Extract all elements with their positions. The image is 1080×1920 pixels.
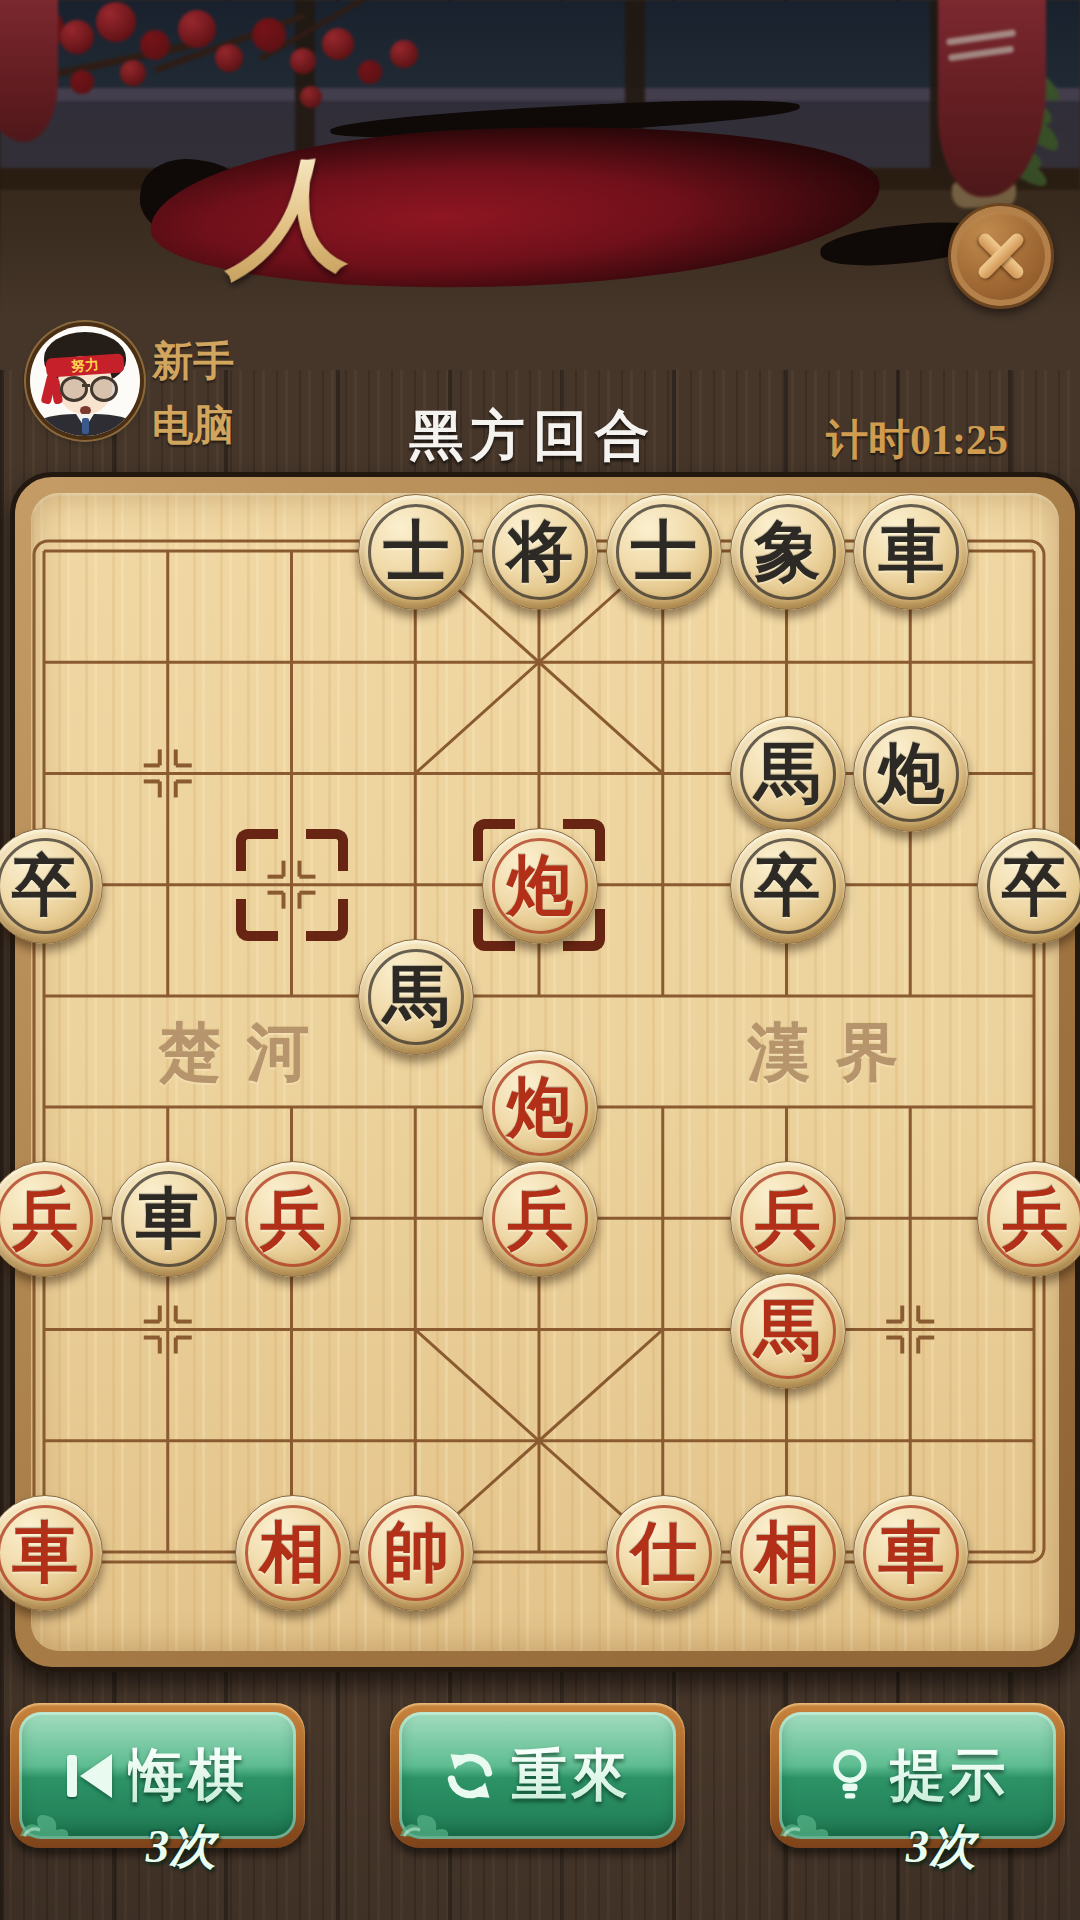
title-banner: 人机对战: [0, 0, 1080, 340]
piece-red-相[interactable]: 相: [730, 1495, 846, 1611]
piece-red-兵[interactable]: 兵: [977, 1161, 1080, 1277]
turn-indicator: 黑方回合: [409, 400, 657, 473]
piece-black-車[interactable]: 車: [111, 1161, 227, 1277]
piece-red-兵[interactable]: 兵: [0, 1161, 103, 1277]
game-screen: 人机对战 努力 新手 电脑 黑方回合 计时01:25 楚河 漢界 士将士象車馬炮…: [0, 0, 1080, 1920]
opponent-name: 电脑: [152, 398, 234, 453]
piece-black-士[interactable]: 士: [358, 494, 474, 610]
wave-decoration: [398, 1802, 462, 1842]
piece-red-車[interactable]: 車: [0, 1495, 103, 1611]
river-label-left: 楚河: [159, 1011, 335, 1095]
hint-count-badge: 3次: [906, 1815, 977, 1878]
piece-red-兵[interactable]: 兵: [730, 1161, 846, 1277]
opponent-rank: 新手: [152, 334, 234, 389]
piece-black-卒[interactable]: 卒: [0, 828, 103, 944]
screen-title: 人机对战: [166, 102, 893, 313]
wave-decoration: [18, 1802, 82, 1842]
restart-button[interactable]: 重來: [390, 1703, 685, 1848]
piece-black-象[interactable]: 象: [730, 494, 846, 610]
piece-black-炮[interactable]: 炮: [853, 716, 969, 832]
piece-red-兵[interactable]: 兵: [235, 1161, 351, 1277]
hint-bulb-icon: [826, 1748, 874, 1804]
piece-red-炮[interactable]: 炮: [482, 828, 598, 944]
opponent-avatar[interactable]: 努力: [30, 326, 140, 436]
piece-red-馬[interactable]: 馬: [730, 1273, 846, 1389]
piece-black-車[interactable]: 車: [853, 494, 969, 610]
close-button[interactable]: [948, 203, 1054, 309]
undo-count-badge: 3次: [146, 1815, 217, 1878]
restart-icon: [444, 1750, 496, 1802]
piece-red-帥[interactable]: 帥: [358, 1495, 474, 1611]
avatar-glasses: [60, 376, 88, 402]
avatar-glasses: [90, 376, 118, 402]
piece-black-馬[interactable]: 馬: [358, 939, 474, 1055]
piece-black-将[interactable]: 将: [482, 494, 598, 610]
piece-red-仕[interactable]: 仕: [606, 1495, 722, 1611]
piece-red-車[interactable]: 車: [853, 1495, 969, 1611]
undo-button[interactable]: 悔棋 3次: [10, 1703, 305, 1848]
piece-black-馬[interactable]: 馬: [730, 716, 846, 832]
piece-red-相[interactable]: 相: [235, 1495, 351, 1611]
piece-black-士[interactable]: 士: [606, 494, 722, 610]
piece-black-卒[interactable]: 卒: [977, 828, 1080, 944]
hint-button[interactable]: 提示 3次: [770, 1703, 1065, 1848]
piece-red-兵[interactable]: 兵: [482, 1161, 598, 1277]
wave-decoration: [778, 1802, 842, 1842]
skip-back-icon: [67, 1754, 112, 1798]
move-timer: 计时01:25: [826, 412, 1008, 468]
piece-red-炮[interactable]: 炮: [482, 1050, 598, 1166]
river-label-right: 漢界: [748, 1011, 924, 1095]
piece-black-卒[interactable]: 卒: [730, 828, 846, 944]
